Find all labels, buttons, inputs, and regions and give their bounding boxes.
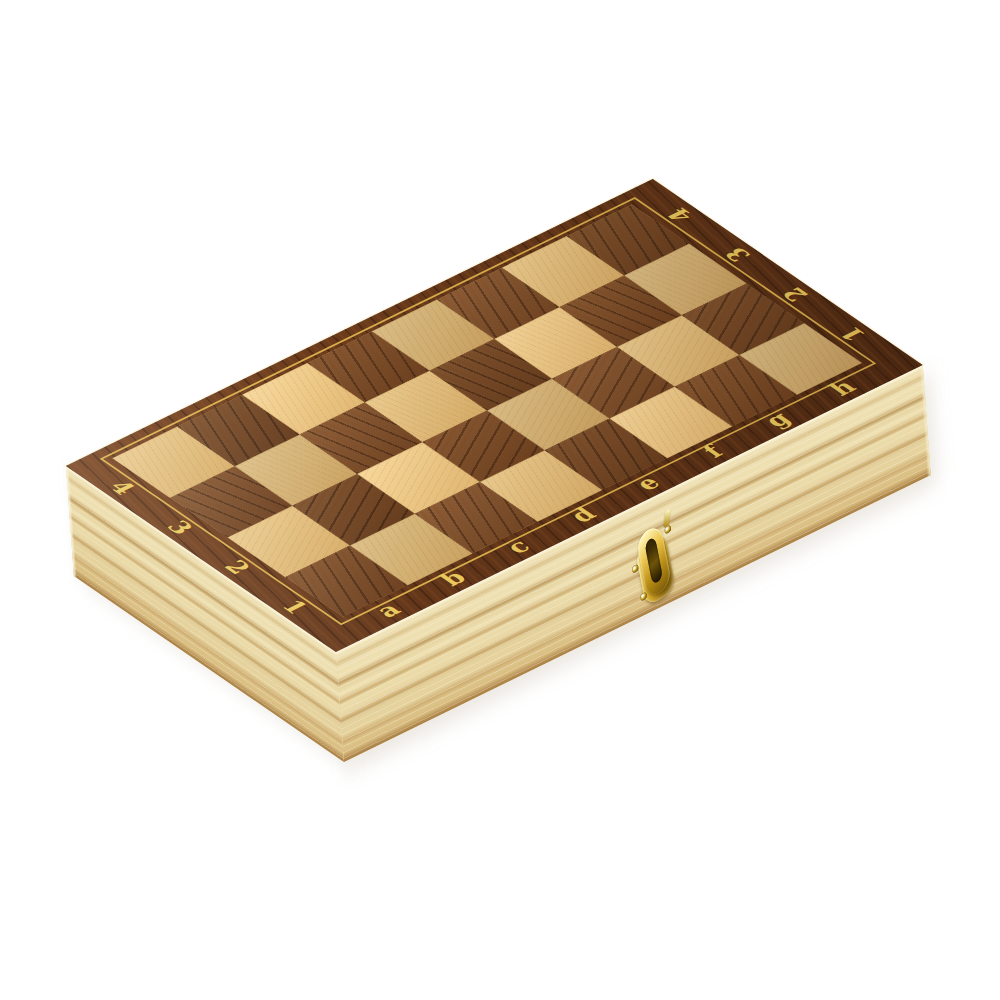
product-photo-scene: 43214321abcdefgh (0, 0, 1000, 1000)
latch-screw (632, 564, 639, 574)
